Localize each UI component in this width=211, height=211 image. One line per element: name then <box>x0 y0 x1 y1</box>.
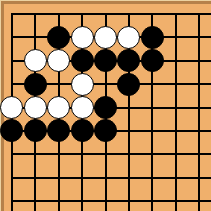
intersection[interactable] <box>117 119 140 142</box>
intersection[interactable] <box>117 96 140 119</box>
intersection[interactable] <box>187 49 210 72</box>
intersection[interactable] <box>24 189 47 211</box>
black-stone <box>24 73 47 96</box>
black-stone <box>141 26 164 49</box>
intersection[interactable] <box>117 49 140 72</box>
intersection[interactable] <box>70 119 93 142</box>
intersection[interactable] <box>47 143 70 166</box>
white-stone <box>0 96 23 119</box>
intersection[interactable] <box>47 119 70 142</box>
intersection[interactable] <box>94 2 117 25</box>
intersection[interactable] <box>24 26 47 49</box>
intersection[interactable] <box>47 26 70 49</box>
intersection[interactable] <box>94 72 117 95</box>
intersection[interactable] <box>24 119 47 142</box>
intersection[interactable] <box>0 96 23 119</box>
intersection[interactable] <box>187 143 210 166</box>
intersection[interactable] <box>24 143 47 166</box>
intersection[interactable] <box>70 49 93 72</box>
intersection[interactable] <box>187 2 210 25</box>
intersection[interactable] <box>141 119 164 142</box>
black-stone <box>47 119 70 142</box>
intersection[interactable] <box>164 49 187 72</box>
intersection[interactable] <box>94 189 117 211</box>
intersection[interactable] <box>0 119 23 142</box>
intersection[interactable] <box>94 143 117 166</box>
intersection[interactable] <box>141 96 164 119</box>
intersection[interactable] <box>0 143 23 166</box>
intersection[interactable] <box>164 2 187 25</box>
white-stone <box>47 49 70 72</box>
intersection[interactable] <box>187 26 210 49</box>
intersection[interactable] <box>164 189 187 211</box>
intersection[interactable] <box>141 189 164 211</box>
black-stone <box>0 119 23 142</box>
intersection[interactable] <box>164 143 187 166</box>
intersection[interactable] <box>164 119 187 142</box>
intersection[interactable] <box>0 49 23 72</box>
intersection[interactable] <box>187 72 210 95</box>
intersection[interactable] <box>187 96 210 119</box>
intersection[interactable] <box>141 49 164 72</box>
white-stone <box>94 26 117 49</box>
black-stone <box>71 119 94 142</box>
intersection[interactable] <box>94 119 117 142</box>
black-stone <box>117 49 140 72</box>
intersection[interactable] <box>117 189 140 211</box>
black-stone <box>71 49 94 72</box>
intersection[interactable] <box>94 96 117 119</box>
white-stone <box>71 96 94 119</box>
intersection[interactable] <box>164 26 187 49</box>
black-stone <box>141 49 164 72</box>
intersection[interactable] <box>94 26 117 49</box>
stones-grid <box>0 2 210 211</box>
intersection[interactable] <box>94 166 117 189</box>
intersection[interactable] <box>141 143 164 166</box>
black-stone <box>94 119 117 142</box>
intersection[interactable] <box>0 72 23 95</box>
intersection[interactable] <box>70 26 93 49</box>
intersection[interactable] <box>47 96 70 119</box>
intersection[interactable] <box>47 189 70 211</box>
white-stone <box>24 96 47 119</box>
intersection[interactable] <box>164 72 187 95</box>
intersection[interactable] <box>187 119 210 142</box>
white-stone <box>71 26 94 49</box>
intersection[interactable] <box>70 2 93 25</box>
black-stone <box>47 26 70 49</box>
intersection[interactable] <box>24 2 47 25</box>
intersection[interactable] <box>70 189 93 211</box>
intersection[interactable] <box>47 72 70 95</box>
intersection[interactable] <box>47 2 70 25</box>
intersection[interactable] <box>24 166 47 189</box>
white-stone <box>117 26 140 49</box>
intersection[interactable] <box>0 2 23 25</box>
intersection[interactable] <box>0 166 23 189</box>
intersection[interactable] <box>164 166 187 189</box>
intersection[interactable] <box>187 189 210 211</box>
intersection[interactable] <box>70 72 93 95</box>
intersection[interactable] <box>0 189 23 211</box>
black-stone <box>94 49 117 72</box>
intersection[interactable] <box>117 166 140 189</box>
intersection[interactable] <box>187 166 210 189</box>
go-board[interactable] <box>0 0 211 211</box>
white-stone <box>71 73 94 96</box>
intersection[interactable] <box>0 26 23 49</box>
intersection[interactable] <box>70 143 93 166</box>
intersection[interactable] <box>164 96 187 119</box>
intersection[interactable] <box>117 26 140 49</box>
white-stone <box>47 96 70 119</box>
intersection[interactable] <box>117 72 140 95</box>
intersection[interactable] <box>24 49 47 72</box>
intersection[interactable] <box>70 96 93 119</box>
intersection[interactable] <box>24 72 47 95</box>
black-stone <box>117 73 140 96</box>
black-stone <box>24 119 47 142</box>
intersection[interactable] <box>117 143 140 166</box>
intersection[interactable] <box>94 49 117 72</box>
white-stone <box>24 49 47 72</box>
intersection[interactable] <box>117 2 140 25</box>
intersection[interactable] <box>70 166 93 189</box>
intersection[interactable] <box>141 166 164 189</box>
intersection[interactable] <box>141 72 164 95</box>
intersection[interactable] <box>24 96 47 119</box>
intersection[interactable] <box>47 49 70 72</box>
intersection[interactable] <box>47 166 70 189</box>
black-stone <box>94 96 117 119</box>
intersection[interactable] <box>141 2 164 25</box>
intersection[interactable] <box>141 26 164 49</box>
